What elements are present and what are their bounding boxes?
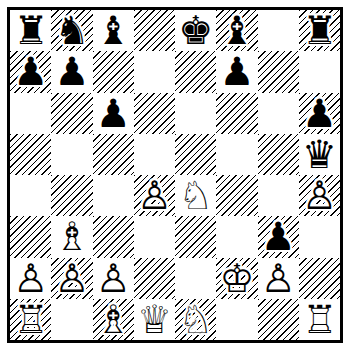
square-e6[interactable] bbox=[175, 93, 216, 134]
black-pawn-g3: ♟ bbox=[261, 217, 296, 256]
square-c8[interactable]: ♝ bbox=[93, 10, 134, 51]
square-f3[interactable] bbox=[216, 216, 257, 257]
white-pawn-h4: ♙ bbox=[302, 176, 337, 215]
square-a8[interactable]: ♜ bbox=[10, 10, 51, 51]
square-d8[interactable] bbox=[134, 10, 175, 51]
square-h5[interactable]: ♛ bbox=[299, 134, 340, 175]
square-a4[interactable] bbox=[10, 175, 51, 216]
black-knight-b8: ♞ bbox=[54, 11, 89, 50]
square-b4[interactable] bbox=[51, 175, 92, 216]
square-g1[interactable] bbox=[258, 299, 299, 340]
square-e8[interactable]: ♚ bbox=[175, 10, 216, 51]
square-h4[interactable]: ♙ bbox=[299, 175, 340, 216]
square-g5[interactable] bbox=[258, 134, 299, 175]
square-b6[interactable] bbox=[51, 93, 92, 134]
square-b5[interactable] bbox=[51, 134, 92, 175]
square-b7[interactable]: ♟ bbox=[51, 51, 92, 92]
square-d1[interactable]: ♕ bbox=[134, 299, 175, 340]
white-bishop-b3: ♗ bbox=[54, 217, 89, 256]
square-a2[interactable]: ♙ bbox=[10, 258, 51, 299]
square-d5[interactable] bbox=[134, 134, 175, 175]
square-b3[interactable]: ♗ bbox=[51, 216, 92, 257]
white-pawn-b2: ♙ bbox=[54, 259, 89, 298]
square-b8[interactable]: ♞ bbox=[51, 10, 92, 51]
square-d6[interactable] bbox=[134, 93, 175, 134]
square-a6[interactable] bbox=[10, 93, 51, 134]
square-a7[interactable]: ♟ bbox=[10, 51, 51, 92]
black-queen-h5: ♛ bbox=[302, 135, 337, 174]
square-g7[interactable] bbox=[258, 51, 299, 92]
square-d4[interactable]: ♙ bbox=[134, 175, 175, 216]
white-knight-e4: ♘ bbox=[178, 176, 213, 215]
black-pawn-b7: ♟ bbox=[54, 52, 89, 91]
square-h7[interactable] bbox=[299, 51, 340, 92]
square-g2[interactable]: ♙ bbox=[258, 258, 299, 299]
black-bishop-c8: ♝ bbox=[96, 11, 131, 50]
square-e1[interactable]: ♘ bbox=[175, 299, 216, 340]
black-pawn-f7: ♟ bbox=[219, 52, 254, 91]
square-h8[interactable]: ♜ bbox=[299, 10, 340, 51]
white-pawn-c2: ♙ bbox=[96, 259, 131, 298]
white-pawn-a2: ♙ bbox=[13, 259, 48, 298]
white-knight-e1: ♘ bbox=[178, 300, 213, 339]
square-d2[interactable] bbox=[134, 258, 175, 299]
square-e3[interactable] bbox=[175, 216, 216, 257]
square-f8[interactable]: ♝ bbox=[216, 10, 257, 51]
square-f4[interactable] bbox=[216, 175, 257, 216]
white-king-f2: ♔ bbox=[219, 259, 254, 298]
square-f2[interactable]: ♔ bbox=[216, 258, 257, 299]
square-c7[interactable] bbox=[93, 51, 134, 92]
white-rook-h1: ♖ bbox=[302, 300, 337, 339]
white-pawn-d4: ♙ bbox=[137, 176, 172, 215]
square-f6[interactable] bbox=[216, 93, 257, 134]
square-c5[interactable] bbox=[93, 134, 134, 175]
square-g6[interactable] bbox=[258, 93, 299, 134]
black-pawn-c6: ♟ bbox=[96, 94, 131, 133]
square-c4[interactable] bbox=[93, 175, 134, 216]
square-c1[interactable]: ♗ bbox=[93, 299, 134, 340]
square-h3[interactable] bbox=[299, 216, 340, 257]
square-a3[interactable] bbox=[10, 216, 51, 257]
square-g4[interactable] bbox=[258, 175, 299, 216]
square-b1[interactable] bbox=[51, 299, 92, 340]
square-f5[interactable] bbox=[216, 134, 257, 175]
black-bishop-f8: ♝ bbox=[219, 11, 254, 50]
square-e2[interactable] bbox=[175, 258, 216, 299]
square-h1[interactable]: ♖ bbox=[299, 299, 340, 340]
white-pawn-g2: ♙ bbox=[261, 259, 296, 298]
black-pawn-a7: ♟ bbox=[13, 52, 48, 91]
black-king-e8: ♚ bbox=[178, 11, 213, 50]
white-queen-d1: ♕ bbox=[137, 300, 172, 339]
square-a5[interactable] bbox=[10, 134, 51, 175]
chess-board: ♜♞♝♚♝♜♟♟♟♟♟♛♙♘♙♗♟♙♙♙♔♙♖♗♕♘♖ bbox=[7, 7, 343, 343]
square-d7[interactable] bbox=[134, 51, 175, 92]
square-a1[interactable]: ♖ bbox=[10, 299, 51, 340]
square-c6[interactable]: ♟ bbox=[93, 93, 134, 134]
chess-diagram: ♜♞♝♚♝♜♟♟♟♟♟♛♙♘♙♗♟♙♙♙♔♙♖♗♕♘♖ bbox=[0, 0, 350, 350]
square-e4[interactable]: ♘ bbox=[175, 175, 216, 216]
square-g3[interactable]: ♟ bbox=[258, 216, 299, 257]
square-f1[interactable] bbox=[216, 299, 257, 340]
square-b2[interactable]: ♙ bbox=[51, 258, 92, 299]
square-g8[interactable] bbox=[258, 10, 299, 51]
white-bishop-c1: ♗ bbox=[96, 300, 131, 339]
square-e7[interactable] bbox=[175, 51, 216, 92]
square-h6[interactable]: ♟ bbox=[299, 93, 340, 134]
square-d3[interactable] bbox=[134, 216, 175, 257]
black-rook-h8: ♜ bbox=[302, 11, 337, 50]
black-rook-a8: ♜ bbox=[13, 11, 48, 50]
square-c2[interactable]: ♙ bbox=[93, 258, 134, 299]
square-f7[interactable]: ♟ bbox=[216, 51, 257, 92]
square-h2[interactable] bbox=[299, 258, 340, 299]
white-rook-a1: ♖ bbox=[13, 300, 48, 339]
square-c3[interactable] bbox=[93, 216, 134, 257]
black-pawn-h6: ♟ bbox=[302, 94, 337, 133]
square-e5[interactable] bbox=[175, 134, 216, 175]
